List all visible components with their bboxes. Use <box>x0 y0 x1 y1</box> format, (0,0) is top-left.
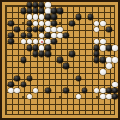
intersection-8-4[interactable] <box>45 20 51 26</box>
white-stone <box>33 14 39 20</box>
white-stone <box>51 33 57 39</box>
black-stone <box>21 33 27 39</box>
intersection-9-2[interactable] <box>51 8 57 14</box>
white-stone <box>39 45 45 51</box>
black-stone <box>39 27 45 33</box>
black-stone <box>94 57 100 63</box>
black-stone <box>21 82 27 88</box>
black-stone <box>100 57 106 63</box>
intersection-9-4[interactable] <box>51 20 57 26</box>
white-stone <box>112 82 118 88</box>
white-stone <box>45 21 51 27</box>
black-stone <box>106 45 112 51</box>
intersection-10-10[interactable] <box>57 57 63 63</box>
black-stone <box>33 45 39 51</box>
intersection-8-1[interactable] <box>45 2 51 8</box>
white-stone <box>94 27 100 33</box>
intersection-12-9[interactable] <box>69 51 75 57</box>
intersection-18-11[interactable] <box>106 63 112 69</box>
black-stone <box>51 8 57 14</box>
white-stone <box>76 94 82 100</box>
white-stone <box>106 63 112 69</box>
black-stone <box>76 14 82 20</box>
white-stone <box>94 39 100 45</box>
intersection-8-9[interactable] <box>45 51 51 57</box>
black-stone <box>27 8 33 14</box>
white-stone <box>33 88 39 94</box>
white-stone <box>14 88 20 94</box>
black-stone <box>57 8 63 14</box>
intersection-19-19[interactable] <box>112 112 118 118</box>
black-stone <box>45 45 51 51</box>
black-stone <box>33 2 39 8</box>
black-stone <box>8 21 14 27</box>
black-stone <box>112 88 118 94</box>
black-stone <box>69 21 75 27</box>
intersection-18-8[interactable] <box>106 45 112 51</box>
white-stone <box>27 94 33 100</box>
intersection-17-4[interactable] <box>100 20 106 26</box>
white-stone <box>51 27 57 33</box>
black-stone <box>106 88 112 94</box>
white-stone <box>21 39 27 45</box>
white-stone <box>94 21 100 27</box>
black-stone <box>45 14 51 20</box>
intersection-8-3[interactable] <box>45 14 51 20</box>
black-stone <box>82 88 88 94</box>
white-stone <box>112 45 118 51</box>
white-stone <box>106 57 112 63</box>
black-stone <box>14 27 20 33</box>
black-stone <box>45 33 51 39</box>
black-stone <box>88 14 94 20</box>
white-stone <box>106 94 112 100</box>
intersection-17-12[interactable] <box>100 69 106 75</box>
black-stone <box>51 14 57 20</box>
black-stone <box>33 27 39 33</box>
white-stone <box>45 39 51 45</box>
white-stone <box>57 33 63 39</box>
white-stone <box>100 69 106 75</box>
intersection-18-10[interactable] <box>106 57 112 63</box>
intersection-19-10[interactable] <box>112 57 118 63</box>
intersection-17-8[interactable] <box>100 45 106 51</box>
black-stone <box>39 2 45 8</box>
black-stone <box>27 27 33 33</box>
white-stone <box>33 21 39 27</box>
black-stone <box>27 76 33 82</box>
board-intersections <box>2 2 118 118</box>
white-stone <box>57 27 63 33</box>
white-stone <box>94 88 100 94</box>
black-stone <box>27 2 33 8</box>
black-stone <box>45 88 51 94</box>
go-game-screenshot <box>0 0 120 120</box>
white-stone <box>45 2 51 8</box>
white-stone <box>45 27 51 33</box>
white-stone <box>39 33 45 39</box>
black-stone <box>27 45 33 51</box>
white-stone <box>27 39 33 45</box>
intersection-17-10[interactable] <box>100 57 106 63</box>
black-stone <box>94 51 100 57</box>
black-stone <box>51 39 57 45</box>
white-stone <box>112 57 118 63</box>
intersection-19-8[interactable] <box>112 45 118 51</box>
black-stone <box>21 57 27 63</box>
black-stone <box>63 33 69 39</box>
black-stone <box>76 76 82 82</box>
black-stone <box>39 51 45 57</box>
go-board <box>0 0 120 120</box>
black-stone <box>39 8 45 14</box>
white-stone <box>39 14 45 20</box>
black-stone <box>33 8 39 14</box>
white-stone <box>100 94 106 100</box>
intersection-8-2[interactable] <box>45 8 51 14</box>
black-stone <box>21 8 27 14</box>
white-stone <box>100 45 106 51</box>
black-stone <box>8 82 14 88</box>
black-stone <box>69 51 75 57</box>
black-stone <box>63 88 69 94</box>
black-stone <box>112 94 118 100</box>
black-stone <box>33 51 39 57</box>
black-stone <box>106 27 112 33</box>
black-stone <box>63 63 69 69</box>
black-stone <box>14 76 20 82</box>
white-stone <box>27 14 33 20</box>
white-stone <box>100 21 106 27</box>
black-stone <box>8 39 14 45</box>
black-stone <box>94 45 100 51</box>
black-stone <box>27 33 33 39</box>
white-stone <box>8 88 14 94</box>
black-stone <box>27 21 33 27</box>
black-stone <box>45 51 51 57</box>
black-stone <box>8 33 14 39</box>
white-stone <box>45 8 51 14</box>
white-stone <box>100 88 106 94</box>
white-stone <box>100 39 106 45</box>
black-stone <box>51 21 57 27</box>
black-stone <box>57 57 63 63</box>
intersection-8-8[interactable] <box>45 45 51 51</box>
white-stone <box>39 21 45 27</box>
white-stone <box>33 39 39 45</box>
white-stone <box>39 39 45 45</box>
